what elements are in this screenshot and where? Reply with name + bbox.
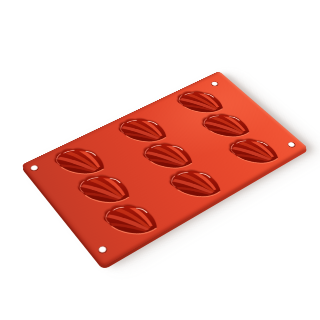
- shell-rotor: [223, 133, 285, 170]
- madeleine-shell-icon: [223, 133, 285, 170]
- product-photo-stage: [0, 0, 320, 320]
- madeleine-shell-icon: [94, 198, 165, 242]
- madeleine-shell-icon: [162, 164, 228, 205]
- shell-rotor: [162, 164, 228, 205]
- shell-rotor: [94, 198, 165, 242]
